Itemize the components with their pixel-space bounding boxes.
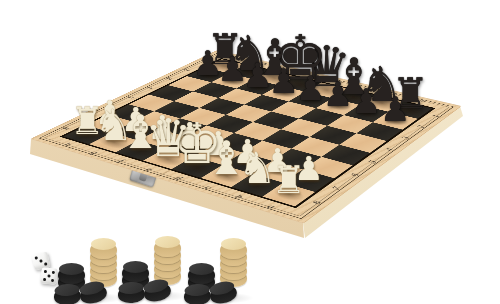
checker-cluster — [186, 244, 256, 304]
die — [40, 267, 58, 285]
black-checker — [53, 287, 81, 304]
rank-label: 3 — [385, 131, 425, 146]
cream-checker — [154, 240, 181, 257]
rank-label: 5 — [351, 154, 393, 170]
rank-label: 2 — [401, 120, 440, 134]
die-pip — [39, 259, 43, 263]
black-checker — [58, 267, 85, 284]
black-checker — [183, 287, 211, 304]
product-photo: hgfedcba hgfedcba 12345678 12345678 ♜♞♝♚… — [0, 0, 500, 304]
die-pip — [34, 256, 38, 260]
die-pip — [44, 270, 47, 273]
checker-cluster — [120, 242, 190, 304]
die-pip — [43, 278, 46, 281]
rank-label: 6 — [333, 167, 376, 184]
die-pip — [47, 274, 50, 277]
die-pip — [52, 271, 55, 274]
die-pip — [51, 279, 54, 282]
cream-checker — [220, 242, 247, 259]
die-pip — [44, 262, 48, 266]
black-checker — [122, 265, 149, 282]
black-checker — [188, 267, 215, 284]
cream-checker — [90, 242, 117, 259]
rank-label: 7 — [314, 180, 358, 198]
rank-label: 4 — [369, 142, 410, 157]
